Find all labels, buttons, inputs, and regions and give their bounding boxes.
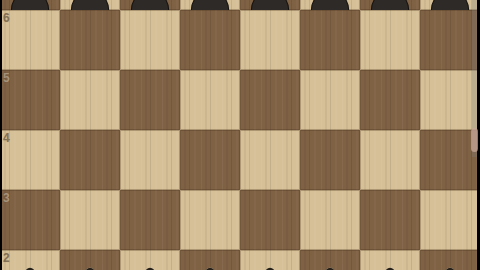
square-e4[interactable] [240, 130, 300, 190]
white-pawn-e2[interactable]: ♙ [242, 261, 298, 270]
square-a5[interactable]: 5 [0, 70, 60, 130]
square-d6[interactable] [180, 10, 240, 70]
square-f2[interactable]: ♟♙ [300, 250, 360, 270]
square-f5[interactable] [300, 70, 360, 130]
square-d3[interactable] [180, 190, 240, 250]
square-b2[interactable]: ♟♙ [60, 250, 120, 270]
square-g5[interactable] [360, 70, 420, 130]
square-a3[interactable]: 3 [0, 190, 60, 250]
square-e2[interactable]: ♟♙ [240, 250, 300, 270]
square-c2[interactable]: ♟♙ [120, 250, 180, 270]
square-g3[interactable] [360, 190, 420, 250]
square-b5[interactable] [60, 70, 120, 130]
square-e7[interactable]: ♟ [240, 0, 300, 10]
square-b6[interactable] [60, 10, 120, 70]
square-d7[interactable]: ♟ [180, 0, 240, 10]
square-h6[interactable] [420, 10, 480, 70]
white-pawn-a2[interactable]: ♙ [2, 261, 58, 270]
square-f3[interactable] [300, 190, 360, 250]
square-g2[interactable]: ♟♙ [360, 250, 420, 270]
square-f7[interactable]: ♟ [300, 0, 360, 10]
square-d4[interactable] [180, 130, 240, 190]
square-e3[interactable] [240, 190, 300, 250]
square-c4[interactable] [120, 130, 180, 190]
white-pawn-d2[interactable]: ♙ [182, 261, 238, 270]
chess-board: ♜♞♝♛♚♝♞♜♟♟♟♟♟♟♟♟65432♟♙♟♙♟♙♟♙♟♙♟♙♟♙♟♙♜♖♞… [0, 0, 480, 270]
white-pawn-c2-fill: ♟ [122, 261, 178, 270]
square-h7[interactable]: ♟ [420, 0, 480, 10]
square-c7[interactable]: ♟ [120, 0, 180, 10]
square-c5[interactable] [120, 70, 180, 130]
square-g6[interactable] [360, 10, 420, 70]
rank-label-2: 2 [3, 251, 10, 265]
white-pawn-g2[interactable]: ♙ [362, 261, 418, 270]
square-f4[interactable] [300, 130, 360, 190]
rank-label-6: 6 [3, 11, 10, 25]
square-g4[interactable] [360, 130, 420, 190]
square-e5[interactable] [240, 70, 300, 130]
white-pawn-b2-fill: ♟ [62, 261, 118, 270]
chess-app-screen: ♜♞♝♛♚♝♞♜♟♟♟♟♟♟♟♟65432♟♙♟♙♟♙♟♙♟♙♟♙♟♙♟♙♜♖♞… [0, 0, 480, 270]
square-g7[interactable]: ♟ [360, 0, 420, 10]
square-h2[interactable]: ♟♙ [420, 250, 480, 270]
white-pawn-e2-fill: ♟ [242, 261, 298, 270]
white-pawn-h2[interactable]: ♙ [422, 261, 478, 270]
white-pawn-b2[interactable]: ♙ [62, 261, 118, 270]
white-pawn-a2-fill: ♟ [2, 261, 58, 270]
square-a6[interactable]: 6 [0, 10, 60, 70]
rank-label-3: 3 [3, 191, 10, 205]
letterbox-left-bar [0, 0, 2, 270]
square-b3[interactable] [60, 190, 120, 250]
white-pawn-g2-fill: ♟ [362, 261, 418, 270]
square-b7[interactable]: ♟ [60, 0, 120, 10]
square-c6[interactable] [120, 10, 180, 70]
square-a7[interactable]: ♟ [0, 0, 60, 10]
scrollbar-thumb[interactable] [471, 128, 478, 152]
white-pawn-d2-fill: ♟ [182, 261, 238, 270]
square-c3[interactable] [120, 190, 180, 250]
square-b4[interactable] [60, 130, 120, 190]
square-h3[interactable] [420, 190, 480, 250]
square-a4[interactable]: 4 [0, 130, 60, 190]
square-d5[interactable] [180, 70, 240, 130]
white-pawn-h2-fill: ♟ [422, 261, 478, 270]
rank-label-4: 4 [3, 131, 10, 145]
square-f6[interactable] [300, 10, 360, 70]
square-e6[interactable] [240, 10, 300, 70]
square-d2[interactable]: ♟♙ [180, 250, 240, 270]
square-h5[interactable] [420, 70, 480, 130]
rank-label-5: 5 [3, 71, 10, 85]
white-pawn-c2[interactable]: ♙ [122, 261, 178, 270]
white-pawn-f2-fill: ♟ [302, 261, 358, 270]
square-a2[interactable]: 2♟♙ [0, 250, 60, 270]
white-pawn-f2[interactable]: ♙ [302, 261, 358, 270]
